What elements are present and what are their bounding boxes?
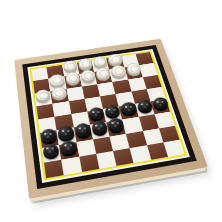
checker-piece-black[interactable]	[135, 101, 155, 117]
board-square[interactable]	[135, 101, 155, 117]
board-square[interactable]	[66, 86, 84, 101]
board-scene	[21, 27, 185, 191]
board-square[interactable]	[150, 99, 170, 114]
board-square[interactable]	[130, 145, 151, 163]
board-square[interactable]	[68, 99, 87, 114]
product-photo-checkers-board	[0, 0, 222, 222]
checker-piece-black[interactable]	[150, 99, 170, 114]
board-inner-mat	[27, 49, 190, 183]
board-square[interactable]	[154, 112, 174, 128]
board-square[interactable]	[50, 89, 68, 104]
board-square[interactable]	[159, 125, 180, 142]
board-square[interactable]	[138, 114, 158, 130]
board-square[interactable]	[163, 139, 184, 157]
board-square[interactable]	[44, 159, 64, 178]
board-wood-frame	[14, 39, 208, 199]
board-black-band	[22, 45, 196, 189]
checker-piece-white[interactable]	[50, 89, 68, 104]
checkers-board	[29, 51, 187, 181]
board-square[interactable]	[36, 104, 54, 120]
